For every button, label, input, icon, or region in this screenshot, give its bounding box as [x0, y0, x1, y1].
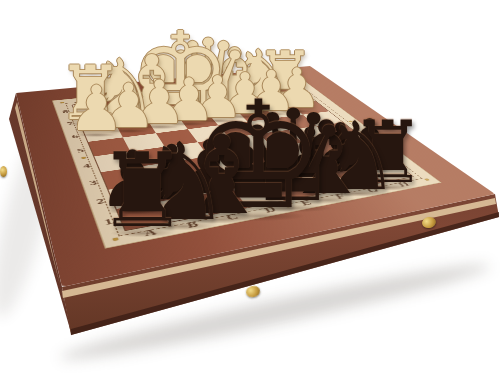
product-photo-scene: ABCDEFGH 12345678 ♜♞♝♚♛♝♞♜♟♟♟♟♟♟♟♟♟♟♟♟♟♟… — [0, 0, 500, 378]
brass-hinge — [0, 166, 7, 177]
brass-latch — [245, 285, 261, 299]
